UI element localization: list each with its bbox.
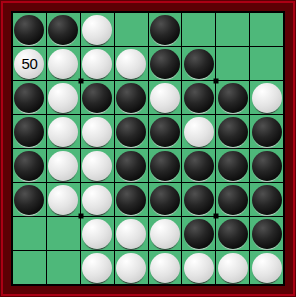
black-disc-g5 bbox=[218, 151, 248, 181]
cell-c2[interactable] bbox=[81, 47, 114, 80]
white-disc-f8 bbox=[184, 253, 214, 283]
black-disc-a1 bbox=[14, 15, 44, 45]
cell-d4[interactable] bbox=[115, 115, 148, 148]
white-disc-c1 bbox=[82, 15, 112, 45]
cell-e2[interactable] bbox=[149, 47, 182, 80]
black-disc-a4 bbox=[14, 117, 44, 147]
cell-g6[interactable] bbox=[216, 183, 249, 216]
star-point-bottom-right bbox=[213, 214, 218, 219]
white-disc-g8 bbox=[218, 253, 248, 283]
white-disc-f4 bbox=[184, 117, 214, 147]
cell-e5[interactable] bbox=[149, 149, 182, 182]
cell-e6[interactable] bbox=[149, 183, 182, 216]
cell-h1[interactable] bbox=[250, 13, 283, 46]
cell-g3[interactable] bbox=[216, 81, 249, 114]
cell-e4[interactable] bbox=[149, 115, 182, 148]
cell-g7[interactable] bbox=[216, 217, 249, 250]
white-disc-h3 bbox=[252, 83, 282, 113]
cell-d5[interactable] bbox=[115, 149, 148, 182]
star-point-bottom-left bbox=[78, 214, 83, 219]
cell-a3[interactable] bbox=[13, 81, 46, 114]
cell-g2[interactable] bbox=[216, 47, 249, 80]
white-disc-h8 bbox=[252, 253, 282, 283]
cell-b6[interactable] bbox=[47, 183, 80, 216]
cell-a2[interactable]: 50 bbox=[13, 47, 46, 80]
black-disc-d4 bbox=[116, 117, 146, 147]
white-disc-c4 bbox=[82, 117, 112, 147]
black-disc-d6 bbox=[116, 185, 146, 215]
cell-c5[interactable] bbox=[81, 149, 114, 182]
white-disc-d7 bbox=[116, 219, 146, 249]
cell-f8[interactable] bbox=[182, 251, 215, 284]
star-point-top-right bbox=[213, 78, 218, 83]
cell-h8[interactable] bbox=[250, 251, 283, 284]
cell-a4[interactable] bbox=[13, 115, 46, 148]
black-disc-d5 bbox=[116, 151, 146, 181]
black-disc-f7 bbox=[184, 219, 214, 249]
cell-d8[interactable] bbox=[115, 251, 148, 284]
cell-f7[interactable] bbox=[182, 217, 215, 250]
board: 50 bbox=[11, 11, 285, 286]
cell-h3[interactable] bbox=[250, 81, 283, 114]
cell-f2[interactable] bbox=[182, 47, 215, 80]
cell-d3[interactable] bbox=[115, 81, 148, 114]
white-disc-c6 bbox=[82, 185, 112, 215]
white-disc-c8 bbox=[82, 253, 112, 283]
cell-h7[interactable] bbox=[250, 217, 283, 250]
cell-b2[interactable] bbox=[47, 47, 80, 80]
white-disc-b2 bbox=[48, 49, 78, 79]
black-disc-g6 bbox=[218, 185, 248, 215]
cell-b5[interactable] bbox=[47, 149, 80, 182]
white-disc-c7 bbox=[82, 219, 112, 249]
white-disc-e8 bbox=[150, 253, 180, 283]
cell-h5[interactable] bbox=[250, 149, 283, 182]
cell-a8[interactable] bbox=[13, 251, 46, 284]
black-disc-d3 bbox=[116, 83, 146, 113]
cell-f6[interactable] bbox=[182, 183, 215, 216]
black-disc-e2 bbox=[150, 49, 180, 79]
cell-a5[interactable] bbox=[13, 149, 46, 182]
black-disc-f5 bbox=[184, 151, 214, 181]
black-disc-h7 bbox=[252, 219, 282, 249]
black-disc-a5 bbox=[14, 151, 44, 181]
cell-b8[interactable] bbox=[47, 251, 80, 284]
cell-a1[interactable] bbox=[13, 13, 46, 46]
black-disc-h5 bbox=[252, 151, 282, 181]
cell-d7[interactable] bbox=[115, 217, 148, 250]
cell-e7[interactable] bbox=[149, 217, 182, 250]
cell-a6[interactable] bbox=[13, 183, 46, 216]
white-disc-c2 bbox=[82, 49, 112, 79]
othello-window: 50 bbox=[0, 0, 296, 297]
white-disc-a2: 50 bbox=[14, 49, 44, 79]
black-disc-e6 bbox=[150, 185, 180, 215]
black-disc-e4 bbox=[150, 117, 180, 147]
star-point-top-left bbox=[78, 78, 83, 83]
black-disc-h6 bbox=[252, 185, 282, 215]
black-disc-f6 bbox=[184, 185, 214, 215]
cell-d2[interactable] bbox=[115, 47, 148, 80]
cell-h4[interactable] bbox=[250, 115, 283, 148]
white-disc-e7 bbox=[150, 219, 180, 249]
cell-g1[interactable] bbox=[216, 13, 249, 46]
cell-f1[interactable] bbox=[182, 13, 215, 46]
white-disc-b5 bbox=[48, 151, 78, 181]
black-disc-e1 bbox=[150, 15, 180, 45]
black-disc-b1 bbox=[48, 15, 78, 45]
cell-a7[interactable] bbox=[13, 217, 46, 250]
cell-d1[interactable] bbox=[115, 13, 148, 46]
black-disc-c3 bbox=[82, 83, 112, 113]
cell-b4[interactable] bbox=[47, 115, 80, 148]
cell-b7[interactable] bbox=[47, 217, 80, 250]
black-disc-a3 bbox=[14, 83, 44, 113]
cell-c7[interactable] bbox=[81, 217, 114, 250]
white-disc-d8 bbox=[116, 253, 146, 283]
cell-b3[interactable] bbox=[47, 81, 80, 114]
cell-e3[interactable] bbox=[149, 81, 182, 114]
black-disc-a6 bbox=[14, 185, 44, 215]
cell-g8[interactable] bbox=[216, 251, 249, 284]
black-disc-f3 bbox=[184, 83, 214, 113]
white-disc-b6 bbox=[48, 185, 78, 215]
last-move-number: 50 bbox=[22, 56, 38, 71]
cell-g5[interactable] bbox=[216, 149, 249, 182]
black-disc-g4 bbox=[218, 117, 248, 147]
cell-f4[interactable] bbox=[182, 115, 215, 148]
black-disc-e5 bbox=[150, 151, 180, 181]
white-disc-b4 bbox=[48, 117, 78, 147]
cell-c8[interactable] bbox=[81, 251, 114, 284]
cell-e8[interactable] bbox=[149, 251, 182, 284]
white-disc-b3 bbox=[48, 83, 78, 113]
cell-e1[interactable] bbox=[149, 13, 182, 46]
cell-b1[interactable] bbox=[47, 13, 80, 46]
cell-h6[interactable] bbox=[250, 183, 283, 216]
cell-g4[interactable] bbox=[216, 115, 249, 148]
white-disc-d2 bbox=[116, 49, 146, 79]
black-disc-f2 bbox=[184, 49, 214, 79]
cell-c6[interactable] bbox=[81, 183, 114, 216]
white-disc-e3 bbox=[150, 83, 180, 113]
black-disc-h4 bbox=[252, 117, 282, 147]
cell-d6[interactable] bbox=[115, 183, 148, 216]
white-disc-c5 bbox=[82, 151, 112, 181]
cell-c3[interactable] bbox=[81, 81, 114, 114]
cell-c1[interactable] bbox=[81, 13, 114, 46]
cell-f5[interactable] bbox=[182, 149, 215, 182]
black-disc-g3 bbox=[218, 83, 248, 113]
cell-h2[interactable] bbox=[250, 47, 283, 80]
black-disc-g7 bbox=[218, 219, 248, 249]
cell-f3[interactable] bbox=[182, 81, 215, 114]
cell-c4[interactable] bbox=[81, 115, 114, 148]
